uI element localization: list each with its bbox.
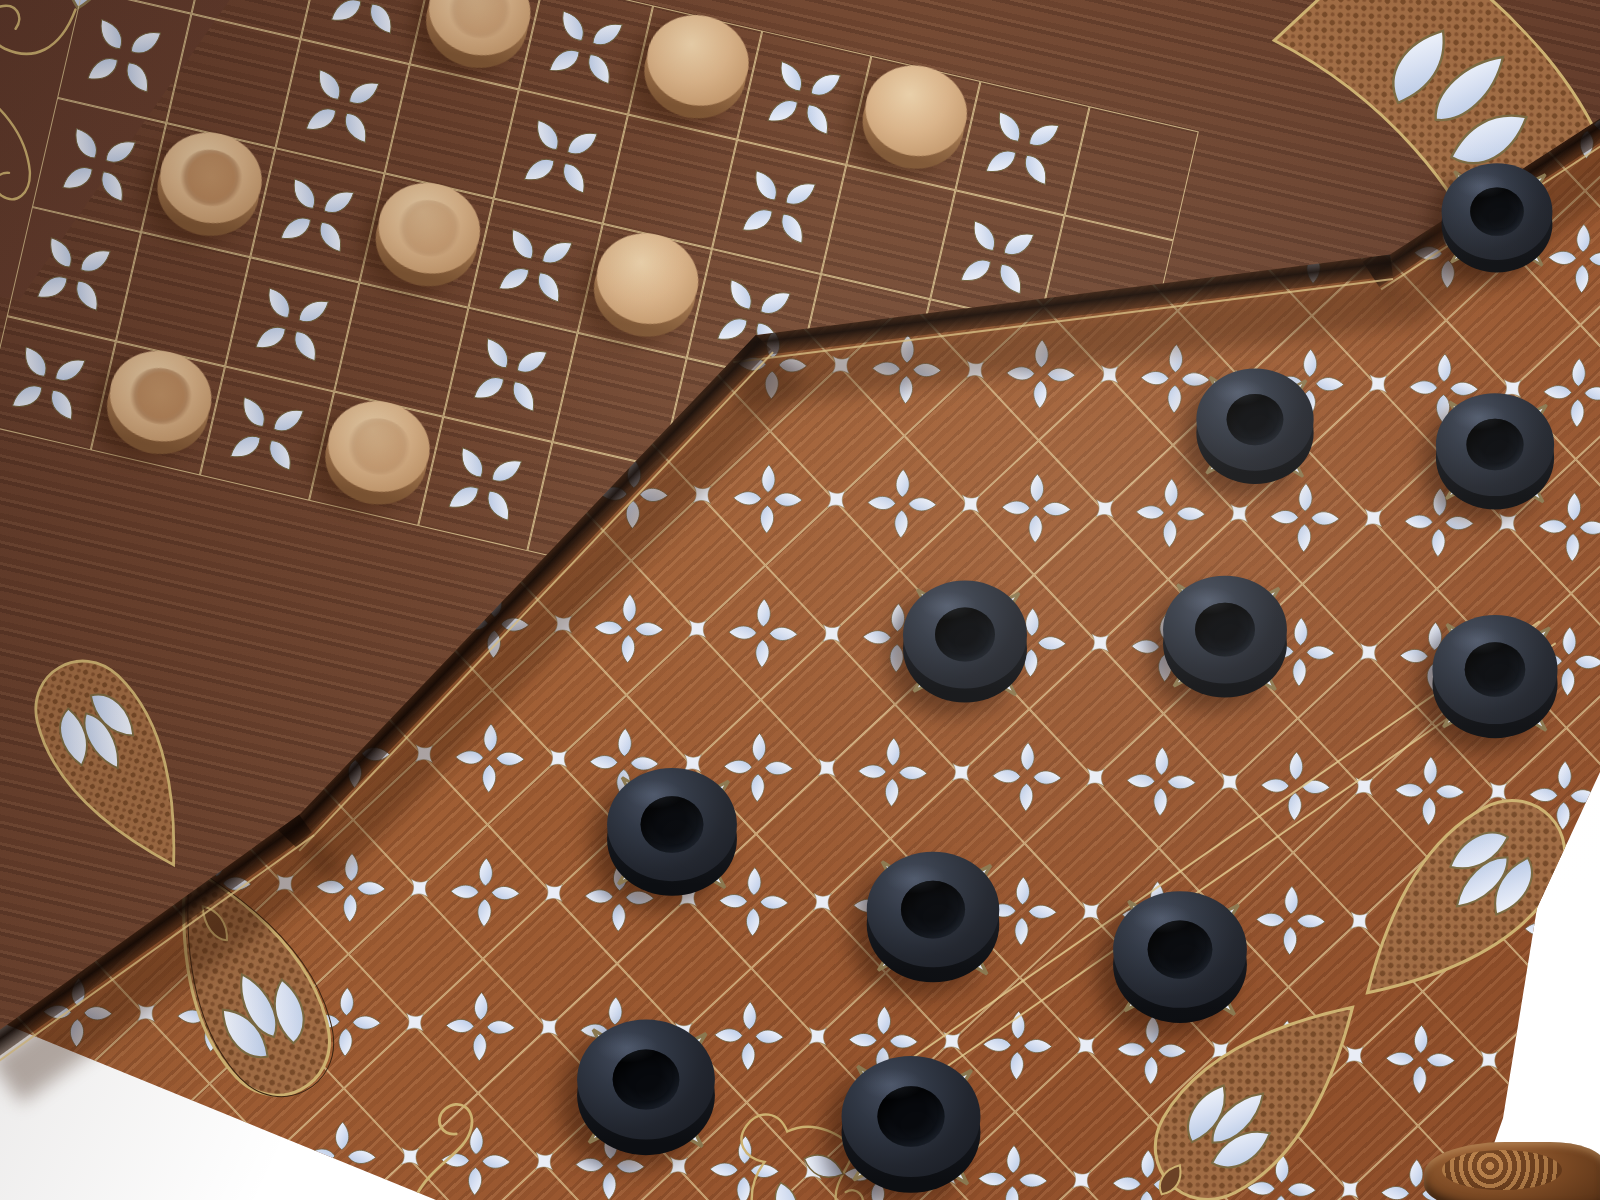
dark-piece[interactable] [1442, 163, 1553, 260]
dark-pieces-layer [0, 0, 1600, 1200]
piece-top [1113, 891, 1247, 1008]
piece-highlight [1452, 403, 1505, 430]
piece-highlight [1132, 903, 1192, 933]
piece-highlight [1213, 379, 1266, 406]
piece-top [1163, 576, 1287, 684]
piece-highlight [920, 591, 976, 619]
piece-highlight [885, 863, 945, 893]
piece-highlight [1450, 626, 1506, 654]
carved-foot [1424, 1142, 1600, 1200]
piece-top [842, 1056, 981, 1177]
dark-piece[interactable] [1432, 615, 1557, 724]
dark-piece[interactable] [842, 1056, 981, 1177]
piece-highlight [1457, 173, 1507, 198]
piece-top [1196, 369, 1313, 471]
piece-highlight [625, 779, 683, 808]
piece-top [1432, 615, 1557, 724]
piece-top [867, 852, 1000, 967]
piece-top [607, 768, 737, 881]
dark-piece[interactable] [1196, 369, 1313, 471]
piece-top [577, 1020, 715, 1140]
photo-scene [0, 0, 1600, 1200]
piece-top [903, 581, 1027, 689]
dark-piece[interactable] [867, 852, 1000, 967]
dark-piece[interactable] [577, 1020, 715, 1140]
piece-top [1436, 393, 1554, 496]
dark-piece[interactable] [607, 768, 737, 881]
dark-piece[interactable] [1163, 576, 1287, 684]
dark-piece[interactable] [1436, 393, 1554, 496]
piece-highlight [861, 1068, 923, 1099]
piece-top [1442, 163, 1553, 260]
dark-piece[interactable] [903, 581, 1027, 689]
dark-piece[interactable] [1113, 891, 1247, 1008]
piece-highlight [596, 1032, 658, 1063]
piece-highlight [1180, 586, 1236, 614]
